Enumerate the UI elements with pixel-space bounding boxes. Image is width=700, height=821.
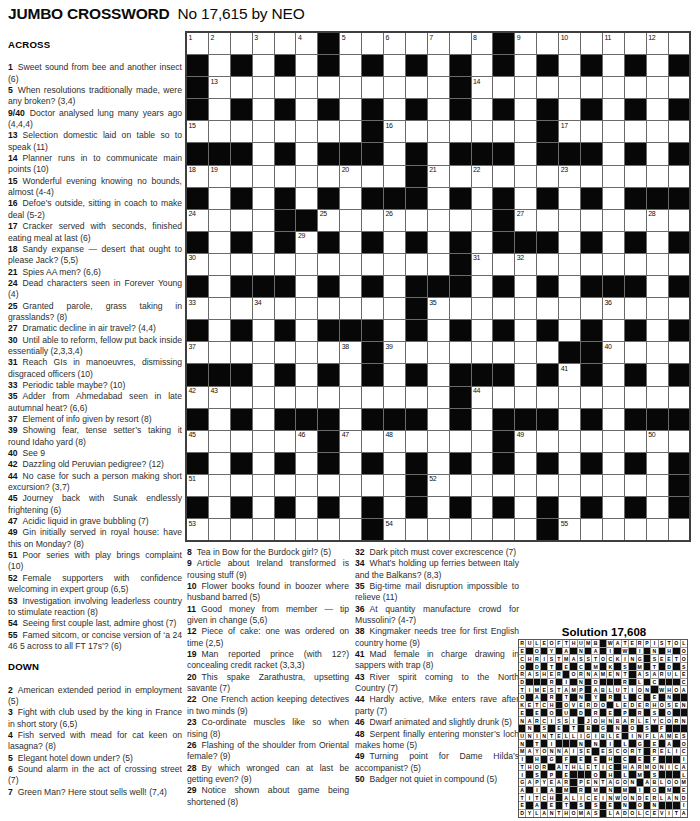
white-cell[interactable] bbox=[275, 387, 296, 408]
white-cell[interactable] bbox=[625, 33, 646, 54]
white-cell[interactable] bbox=[647, 232, 668, 253]
white-cell[interactable] bbox=[472, 188, 493, 209]
white-cell[interactable] bbox=[275, 121, 296, 142]
white-cell[interactable] bbox=[318, 77, 339, 98]
white-cell[interactable]: 16 bbox=[384, 121, 405, 142]
white-cell[interactable] bbox=[669, 431, 690, 452]
white-cell[interactable] bbox=[428, 453, 449, 474]
white-cell[interactable] bbox=[231, 77, 252, 98]
white-cell[interactable] bbox=[362, 254, 383, 275]
white-cell[interactable] bbox=[340, 99, 361, 120]
white-cell[interactable] bbox=[647, 254, 668, 275]
white-cell[interactable] bbox=[253, 320, 274, 341]
white-cell[interactable] bbox=[603, 364, 624, 385]
white-cell[interactable] bbox=[647, 77, 668, 98]
white-cell[interactable] bbox=[472, 210, 493, 231]
white-cell[interactable] bbox=[493, 121, 514, 142]
white-cell[interactable] bbox=[296, 342, 317, 363]
white-cell[interactable]: 33 bbox=[187, 298, 208, 319]
white-cell[interactable] bbox=[428, 387, 449, 408]
white-cell[interactable] bbox=[647, 298, 668, 319]
white-cell[interactable] bbox=[362, 431, 383, 452]
white-cell[interactable]: 31 bbox=[472, 254, 493, 275]
white-cell[interactable] bbox=[669, 33, 690, 54]
white-cell[interactable] bbox=[362, 166, 383, 187]
white-cell[interactable] bbox=[537, 431, 558, 452]
white-cell[interactable] bbox=[296, 298, 317, 319]
white-cell[interactable] bbox=[428, 320, 449, 341]
white-cell[interactable] bbox=[428, 497, 449, 518]
white-cell[interactable]: 6 bbox=[384, 33, 405, 54]
white-cell[interactable] bbox=[603, 497, 624, 518]
white-cell[interactable] bbox=[406, 342, 427, 363]
white-cell[interactable] bbox=[296, 188, 317, 209]
white-cell[interactable]: 18 bbox=[187, 166, 208, 187]
white-cell[interactable]: 42 bbox=[187, 387, 208, 408]
white-cell[interactable] bbox=[253, 497, 274, 518]
white-cell[interactable] bbox=[559, 254, 580, 275]
white-cell[interactable] bbox=[515, 55, 536, 76]
white-cell[interactable] bbox=[209, 342, 230, 363]
white-cell[interactable] bbox=[209, 453, 230, 474]
white-cell[interactable]: 17 bbox=[559, 121, 580, 142]
white-cell[interactable] bbox=[296, 453, 317, 474]
white-cell[interactable] bbox=[647, 364, 668, 385]
white-cell[interactable] bbox=[450, 166, 471, 187]
white-cell[interactable] bbox=[428, 210, 449, 231]
white-cell[interactable] bbox=[362, 210, 383, 231]
white-cell[interactable] bbox=[340, 232, 361, 253]
white-cell[interactable] bbox=[275, 519, 296, 540]
white-cell[interactable] bbox=[450, 33, 471, 54]
white-cell[interactable] bbox=[231, 121, 252, 142]
white-cell[interactable] bbox=[231, 475, 252, 496]
white-cell[interactable]: 50 bbox=[647, 431, 668, 452]
white-cell[interactable] bbox=[515, 166, 536, 187]
white-cell[interactable] bbox=[296, 121, 317, 142]
white-cell[interactable] bbox=[340, 77, 361, 98]
white-cell[interactable] bbox=[231, 166, 252, 187]
white-cell[interactable] bbox=[625, 166, 646, 187]
white-cell[interactable] bbox=[515, 298, 536, 319]
white-cell[interactable] bbox=[340, 254, 361, 275]
white-cell[interactable] bbox=[647, 453, 668, 474]
white-cell[interactable] bbox=[209, 475, 230, 496]
white-cell[interactable] bbox=[559, 431, 580, 452]
white-cell[interactable] bbox=[362, 387, 383, 408]
white-cell[interactable] bbox=[472, 409, 493, 430]
white-cell[interactable] bbox=[296, 143, 317, 164]
white-cell[interactable] bbox=[362, 33, 383, 54]
white-cell[interactable] bbox=[581, 387, 602, 408]
white-cell[interactable] bbox=[581, 33, 602, 54]
white-cell[interactable] bbox=[603, 453, 624, 474]
white-cell[interactable] bbox=[209, 232, 230, 253]
white-cell[interactable] bbox=[209, 431, 230, 452]
white-cell[interactable] bbox=[406, 121, 427, 142]
white-cell[interactable] bbox=[209, 210, 230, 231]
white-cell[interactable] bbox=[209, 55, 230, 76]
white-cell[interactable] bbox=[515, 475, 536, 496]
white-cell[interactable] bbox=[625, 210, 646, 231]
white-cell[interactable] bbox=[537, 33, 558, 54]
white-cell[interactable] bbox=[296, 254, 317, 275]
white-cell[interactable] bbox=[384, 387, 405, 408]
white-cell[interactable] bbox=[647, 55, 668, 76]
white-cell[interactable]: 41 bbox=[559, 364, 580, 385]
white-cell[interactable] bbox=[340, 453, 361, 474]
white-cell[interactable] bbox=[515, 320, 536, 341]
white-cell[interactable] bbox=[406, 33, 427, 54]
white-cell[interactable]: 53 bbox=[187, 519, 208, 540]
white-cell[interactable] bbox=[515, 276, 536, 297]
white-cell[interactable] bbox=[493, 475, 514, 496]
white-cell[interactable]: 7 bbox=[428, 33, 449, 54]
white-cell[interactable] bbox=[581, 519, 602, 540]
white-cell[interactable] bbox=[581, 121, 602, 142]
white-cell[interactable] bbox=[515, 387, 536, 408]
white-cell[interactable] bbox=[231, 519, 252, 540]
white-cell[interactable] bbox=[384, 298, 405, 319]
white-cell[interactable] bbox=[450, 342, 471, 363]
white-cell[interactable] bbox=[428, 121, 449, 142]
white-cell[interactable] bbox=[625, 77, 646, 98]
white-cell[interactable] bbox=[581, 210, 602, 231]
white-cell[interactable] bbox=[647, 143, 668, 164]
white-cell[interactable] bbox=[537, 77, 558, 98]
white-cell[interactable] bbox=[231, 387, 252, 408]
white-cell[interactable]: 20 bbox=[340, 166, 361, 187]
white-cell[interactable] bbox=[253, 431, 274, 452]
white-cell[interactable]: 36 bbox=[603, 298, 624, 319]
white-cell[interactable] bbox=[515, 99, 536, 120]
white-cell[interactable]: 1 bbox=[187, 33, 208, 54]
white-cell[interactable] bbox=[428, 143, 449, 164]
white-cell[interactable] bbox=[296, 166, 317, 187]
white-cell[interactable] bbox=[318, 387, 339, 408]
white-cell[interactable]: 32 bbox=[515, 254, 536, 275]
white-cell[interactable] bbox=[669, 298, 690, 319]
white-cell[interactable] bbox=[406, 387, 427, 408]
white-cell[interactable] bbox=[603, 166, 624, 187]
white-cell[interactable] bbox=[253, 409, 274, 430]
white-cell[interactable] bbox=[231, 254, 252, 275]
white-cell[interactable] bbox=[515, 77, 536, 98]
white-cell[interactable]: 14 bbox=[472, 77, 493, 98]
white-cell[interactable]: 29 bbox=[296, 232, 317, 253]
white-cell[interactable]: 51 bbox=[187, 475, 208, 496]
white-cell[interactable]: 10 bbox=[559, 33, 580, 54]
white-cell[interactable] bbox=[384, 166, 405, 187]
white-cell[interactable] bbox=[296, 276, 317, 297]
white-cell[interactable] bbox=[472, 276, 493, 297]
white-cell[interactable] bbox=[603, 409, 624, 430]
white-cell[interactable]: 8 bbox=[472, 33, 493, 54]
white-cell[interactable] bbox=[603, 320, 624, 341]
white-cell[interactable]: 54 bbox=[384, 519, 405, 540]
white-cell[interactable] bbox=[253, 364, 274, 385]
white-cell[interactable] bbox=[318, 121, 339, 142]
white-cell[interactable] bbox=[472, 320, 493, 341]
white-cell[interactable]: 39 bbox=[384, 342, 405, 363]
white-cell[interactable] bbox=[275, 298, 296, 319]
white-cell[interactable]: 4 bbox=[296, 33, 317, 54]
white-cell[interactable] bbox=[253, 453, 274, 474]
white-cell[interactable] bbox=[253, 342, 274, 363]
white-cell[interactable] bbox=[537, 342, 558, 363]
white-cell[interactable] bbox=[318, 519, 339, 540]
white-cell[interactable] bbox=[450, 210, 471, 231]
white-cell[interactable] bbox=[362, 77, 383, 98]
white-cell[interactable] bbox=[493, 77, 514, 98]
white-cell[interactable] bbox=[647, 387, 668, 408]
white-cell[interactable] bbox=[428, 99, 449, 120]
white-cell[interactable]: 3 bbox=[253, 33, 274, 54]
white-cell[interactable]: 38 bbox=[340, 342, 361, 363]
white-cell[interactable] bbox=[231, 431, 252, 452]
white-cell[interactable] bbox=[253, 210, 274, 231]
white-cell[interactable] bbox=[209, 99, 230, 120]
white-cell[interactable] bbox=[384, 453, 405, 474]
white-cell[interactable] bbox=[296, 320, 317, 341]
white-cell[interactable] bbox=[253, 121, 274, 142]
white-cell[interactable] bbox=[603, 254, 624, 275]
white-cell[interactable] bbox=[559, 77, 580, 98]
white-cell[interactable] bbox=[603, 188, 624, 209]
white-cell[interactable] bbox=[231, 342, 252, 363]
white-cell[interactable]: 27 bbox=[515, 210, 536, 231]
white-cell[interactable] bbox=[275, 475, 296, 496]
white-cell[interactable] bbox=[515, 342, 536, 363]
white-cell[interactable] bbox=[209, 188, 230, 209]
white-cell[interactable] bbox=[450, 298, 471, 319]
white-cell[interactable] bbox=[275, 33, 296, 54]
white-cell[interactable] bbox=[472, 519, 493, 540]
white-cell[interactable] bbox=[472, 497, 493, 518]
white-cell[interactable] bbox=[559, 475, 580, 496]
white-cell[interactable] bbox=[669, 121, 690, 142]
white-cell[interactable] bbox=[384, 276, 405, 297]
white-cell[interactable] bbox=[493, 166, 514, 187]
white-cell[interactable] bbox=[515, 143, 536, 164]
white-cell[interactable] bbox=[559, 298, 580, 319]
white-cell[interactable] bbox=[515, 121, 536, 142]
white-cell[interactable] bbox=[647, 320, 668, 341]
white-cell[interactable] bbox=[384, 232, 405, 253]
white-cell[interactable] bbox=[275, 431, 296, 452]
white-cell[interactable] bbox=[340, 55, 361, 76]
white-cell[interactable]: 49 bbox=[515, 431, 536, 452]
white-cell[interactable] bbox=[603, 210, 624, 231]
white-cell[interactable] bbox=[472, 453, 493, 474]
white-cell[interactable] bbox=[253, 166, 274, 187]
white-cell[interactable] bbox=[647, 276, 668, 297]
white-cell[interactable] bbox=[581, 166, 602, 187]
white-cell[interactable] bbox=[406, 519, 427, 540]
white-cell[interactable] bbox=[647, 475, 668, 496]
white-cell[interactable] bbox=[209, 320, 230, 341]
white-cell[interactable] bbox=[253, 475, 274, 496]
white-cell[interactable] bbox=[362, 298, 383, 319]
white-cell[interactable] bbox=[625, 431, 646, 452]
white-cell[interactable] bbox=[559, 409, 580, 430]
white-cell[interactable] bbox=[603, 431, 624, 452]
white-cell[interactable] bbox=[450, 431, 471, 452]
white-cell[interactable] bbox=[472, 55, 493, 76]
white-cell[interactable] bbox=[296, 364, 317, 385]
white-cell[interactable]: 46 bbox=[296, 431, 317, 452]
white-cell[interactable] bbox=[537, 298, 558, 319]
white-cell[interactable]: 21 bbox=[428, 166, 449, 187]
white-cell[interactable] bbox=[559, 99, 580, 120]
white-cell[interactable] bbox=[625, 519, 646, 540]
white-cell[interactable]: 12 bbox=[647, 33, 668, 54]
white-cell[interactable] bbox=[450, 121, 471, 142]
white-cell[interactable] bbox=[669, 519, 690, 540]
white-cell[interactable] bbox=[209, 298, 230, 319]
white-cell[interactable]: 40 bbox=[603, 342, 624, 363]
white-cell[interactable] bbox=[296, 99, 317, 120]
white-cell[interactable] bbox=[581, 298, 602, 319]
white-cell[interactable]: 11 bbox=[603, 33, 624, 54]
white-cell[interactable] bbox=[515, 519, 536, 540]
white-cell[interactable] bbox=[647, 99, 668, 120]
white-cell[interactable] bbox=[603, 519, 624, 540]
white-cell[interactable] bbox=[472, 99, 493, 120]
white-cell[interactable] bbox=[209, 254, 230, 275]
white-cell[interactable] bbox=[384, 55, 405, 76]
white-cell[interactable] bbox=[340, 210, 361, 231]
white-cell[interactable] bbox=[559, 453, 580, 474]
white-cell[interactable] bbox=[428, 232, 449, 253]
white-cell[interactable] bbox=[384, 364, 405, 385]
white-cell[interactable] bbox=[493, 298, 514, 319]
white-cell[interactable] bbox=[318, 475, 339, 496]
white-cell[interactable] bbox=[209, 276, 230, 297]
white-cell[interactable] bbox=[647, 497, 668, 518]
white-cell[interactable] bbox=[275, 342, 296, 363]
white-cell[interactable] bbox=[603, 387, 624, 408]
white-cell[interactable] bbox=[515, 453, 536, 474]
white-cell[interactable] bbox=[428, 342, 449, 363]
white-cell[interactable] bbox=[472, 475, 493, 496]
white-cell[interactable] bbox=[603, 143, 624, 164]
white-cell[interactable] bbox=[647, 342, 668, 363]
white-cell[interactable] bbox=[581, 77, 602, 98]
white-cell[interactable]: 23 bbox=[559, 166, 580, 187]
white-cell[interactable] bbox=[318, 342, 339, 363]
white-cell[interactable] bbox=[603, 475, 624, 496]
white-cell[interactable] bbox=[559, 387, 580, 408]
white-cell[interactable] bbox=[340, 475, 361, 496]
white-cell[interactable] bbox=[384, 320, 405, 341]
white-cell[interactable]: 44 bbox=[472, 387, 493, 408]
white-cell[interactable] bbox=[559, 55, 580, 76]
white-cell[interactable] bbox=[493, 342, 514, 363]
white-cell[interactable]: 45 bbox=[187, 431, 208, 452]
white-cell[interactable] bbox=[384, 77, 405, 98]
white-cell[interactable] bbox=[581, 254, 602, 275]
white-cell[interactable] bbox=[231, 33, 252, 54]
white-cell[interactable]: 48 bbox=[384, 431, 405, 452]
white-cell[interactable]: 34 bbox=[253, 298, 274, 319]
white-cell[interactable] bbox=[603, 232, 624, 253]
white-cell[interactable] bbox=[340, 387, 361, 408]
white-cell[interactable] bbox=[537, 387, 558, 408]
white-cell[interactable] bbox=[647, 121, 668, 142]
white-cell[interactable] bbox=[493, 387, 514, 408]
white-cell[interactable] bbox=[472, 121, 493, 142]
white-cell[interactable] bbox=[253, 232, 274, 253]
white-cell[interactable] bbox=[296, 497, 317, 518]
white-cell[interactable] bbox=[603, 77, 624, 98]
white-cell[interactable] bbox=[384, 143, 405, 164]
white-cell[interactable] bbox=[472, 232, 493, 253]
white-cell[interactable] bbox=[669, 166, 690, 187]
white-cell[interactable] bbox=[493, 254, 514, 275]
white-cell[interactable] bbox=[669, 210, 690, 231]
white-cell[interactable] bbox=[275, 166, 296, 187]
white-cell[interactable] bbox=[428, 431, 449, 452]
white-cell[interactable] bbox=[340, 121, 361, 142]
white-cell[interactable] bbox=[559, 320, 580, 341]
white-cell[interactable] bbox=[253, 99, 274, 120]
white-cell[interactable] bbox=[669, 342, 690, 363]
white-cell[interactable] bbox=[559, 232, 580, 253]
white-cell[interactable] bbox=[603, 99, 624, 120]
white-cell[interactable]: 25 bbox=[318, 210, 339, 231]
white-cell[interactable] bbox=[318, 166, 339, 187]
white-cell[interactable] bbox=[450, 519, 471, 540]
white-cell[interactable] bbox=[296, 387, 317, 408]
white-cell[interactable] bbox=[581, 475, 602, 496]
white-cell[interactable] bbox=[428, 254, 449, 275]
white-cell[interactable]: 52 bbox=[428, 475, 449, 496]
white-cell[interactable]: 13 bbox=[209, 77, 230, 98]
white-cell[interactable] bbox=[625, 475, 646, 496]
white-cell[interactable] bbox=[253, 77, 274, 98]
white-cell[interactable] bbox=[647, 519, 668, 540]
white-cell[interactable] bbox=[209, 497, 230, 518]
white-cell[interactable] bbox=[231, 210, 252, 231]
white-cell[interactable] bbox=[231, 298, 252, 319]
white-cell[interactable] bbox=[296, 55, 317, 76]
white-cell[interactable] bbox=[318, 298, 339, 319]
white-cell[interactable]: 22 bbox=[472, 166, 493, 187]
white-cell[interactable] bbox=[493, 519, 514, 540]
white-cell[interactable]: 26 bbox=[384, 210, 405, 231]
white-cell[interactable] bbox=[625, 121, 646, 142]
white-cell[interactable] bbox=[625, 298, 646, 319]
white-cell[interactable] bbox=[603, 55, 624, 76]
white-cell[interactable] bbox=[515, 188, 536, 209]
white-cell[interactable] bbox=[647, 166, 668, 187]
white-cell[interactable] bbox=[559, 210, 580, 231]
white-cell[interactable] bbox=[296, 475, 317, 496]
white-cell[interactable] bbox=[253, 188, 274, 209]
white-cell[interactable] bbox=[559, 188, 580, 209]
white-cell[interactable] bbox=[428, 364, 449, 385]
white-cell[interactable] bbox=[296, 77, 317, 98]
white-cell[interactable] bbox=[625, 387, 646, 408]
white-cell[interactable]: 55 bbox=[559, 519, 580, 540]
white-cell[interactable] bbox=[209, 121, 230, 142]
white-cell[interactable] bbox=[625, 254, 646, 275]
white-cell[interactable] bbox=[537, 254, 558, 275]
white-cell[interactable] bbox=[581, 431, 602, 452]
white-cell[interactable]: 37 bbox=[187, 342, 208, 363]
white-cell[interactable] bbox=[428, 55, 449, 76]
